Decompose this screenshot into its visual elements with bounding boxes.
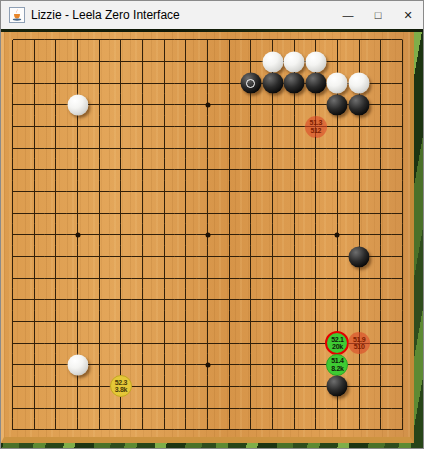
intersection[interactable] <box>392 94 414 116</box>
intersection[interactable] <box>197 267 219 289</box>
intersection[interactable] <box>88 246 110 268</box>
intersection[interactable] <box>67 419 89 441</box>
intersection[interactable] <box>197 289 219 311</box>
intersection[interactable] <box>45 159 67 181</box>
intersection[interactable] <box>218 72 240 94</box>
intersection[interactable] <box>197 376 219 398</box>
intersection[interactable] <box>283 224 305 246</box>
intersection[interactable] <box>2 159 24 181</box>
intersection[interactable] <box>23 354 45 376</box>
intersection[interactable] <box>283 159 305 181</box>
intersection[interactable] <box>240 202 262 224</box>
intersection[interactable] <box>348 246 370 268</box>
intersection[interactable] <box>45 29 67 51</box>
intersection[interactable] <box>392 159 414 181</box>
intersection[interactable] <box>305 181 327 203</box>
intersection[interactable] <box>370 419 392 441</box>
intersection[interactable] <box>132 224 154 246</box>
intersection[interactable] <box>283 332 305 354</box>
intersection[interactable] <box>132 376 154 398</box>
intersection[interactable] <box>67 72 89 94</box>
intersection[interactable] <box>175 94 197 116</box>
intersection[interactable] <box>175 159 197 181</box>
intersection[interactable] <box>305 419 327 441</box>
intersection[interactable] <box>305 354 327 376</box>
intersection[interactable] <box>327 29 349 51</box>
intersection[interactable] <box>88 267 110 289</box>
intersection[interactable] <box>67 159 89 181</box>
intersection[interactable] <box>370 224 392 246</box>
intersection[interactable] <box>392 289 414 311</box>
intersection[interactable] <box>197 29 219 51</box>
intersection[interactable] <box>132 397 154 419</box>
intersection[interactable] <box>132 29 154 51</box>
intersection[interactable] <box>348 72 370 94</box>
intersection[interactable] <box>67 51 89 73</box>
intersection[interactable] <box>88 29 110 51</box>
intersection[interactable] <box>370 202 392 224</box>
intersection[interactable] <box>132 246 154 268</box>
intersection[interactable] <box>218 246 240 268</box>
intersection[interactable] <box>283 246 305 268</box>
intersection[interactable] <box>327 159 349 181</box>
intersection[interactable] <box>2 29 24 51</box>
intersection[interactable] <box>2 376 24 398</box>
intersection[interactable] <box>262 29 284 51</box>
intersection[interactable] <box>153 354 175 376</box>
intersection[interactable] <box>240 181 262 203</box>
intersection[interactable] <box>327 94 349 116</box>
intersection[interactable] <box>240 419 262 441</box>
intersection[interactable] <box>392 116 414 138</box>
intersection[interactable] <box>218 51 240 73</box>
intersection[interactable] <box>327 202 349 224</box>
intersection[interactable] <box>240 267 262 289</box>
intersection[interactable] <box>110 137 132 159</box>
candidate-move-Q5[interactable]: 52.120k <box>325 331 349 355</box>
intersection[interactable] <box>132 181 154 203</box>
intersection[interactable]: 51.9510 <box>348 332 370 354</box>
intersection[interactable] <box>218 29 240 51</box>
intersection[interactable] <box>88 94 110 116</box>
intersection[interactable] <box>327 311 349 333</box>
intersection[interactable] <box>240 397 262 419</box>
intersection[interactable] <box>370 94 392 116</box>
intersection[interactable] <box>197 202 219 224</box>
intersection[interactable] <box>327 376 349 398</box>
intersection[interactable] <box>175 181 197 203</box>
intersection[interactable] <box>153 376 175 398</box>
intersection[interactable] <box>348 419 370 441</box>
intersection[interactable] <box>348 94 370 116</box>
intersection[interactable] <box>392 29 414 51</box>
intersection[interactable] <box>283 72 305 94</box>
intersection[interactable] <box>392 311 414 333</box>
intersection[interactable] <box>392 181 414 203</box>
intersection[interactable] <box>153 94 175 116</box>
intersection[interactable]: 51.48.2k <box>327 354 349 376</box>
intersection[interactable] <box>2 116 24 138</box>
intersection[interactable] <box>88 137 110 159</box>
intersection[interactable] <box>305 202 327 224</box>
intersection[interactable] <box>262 159 284 181</box>
intersection[interactable] <box>283 202 305 224</box>
intersection[interactable] <box>262 376 284 398</box>
intersection[interactable] <box>305 267 327 289</box>
intersection[interactable] <box>218 332 240 354</box>
intersection[interactable] <box>45 224 67 246</box>
intersection[interactable] <box>348 354 370 376</box>
intersection[interactable] <box>132 202 154 224</box>
intersection[interactable] <box>2 267 24 289</box>
intersection[interactable] <box>67 137 89 159</box>
intersection[interactable] <box>262 224 284 246</box>
intersection[interactable] <box>153 246 175 268</box>
intersection[interactable] <box>392 137 414 159</box>
intersection[interactable] <box>262 202 284 224</box>
intersection[interactable] <box>240 116 262 138</box>
intersection[interactable] <box>110 311 132 333</box>
intersection[interactable] <box>67 354 89 376</box>
intersection[interactable] <box>327 224 349 246</box>
intersection[interactable] <box>132 159 154 181</box>
intersection[interactable] <box>218 311 240 333</box>
intersection[interactable] <box>348 267 370 289</box>
intersection[interactable] <box>262 332 284 354</box>
intersection[interactable]: 52.33.8k <box>110 376 132 398</box>
intersection[interactable] <box>45 376 67 398</box>
intersection[interactable] <box>153 137 175 159</box>
intersection[interactable] <box>45 419 67 441</box>
intersection[interactable] <box>348 311 370 333</box>
intersection[interactable] <box>110 332 132 354</box>
minimize-button[interactable]: — <box>333 1 363 29</box>
intersection[interactable] <box>305 332 327 354</box>
intersection[interactable] <box>392 419 414 441</box>
intersection[interactable] <box>23 224 45 246</box>
intersection[interactable] <box>218 397 240 419</box>
intersection[interactable] <box>327 419 349 441</box>
intersection[interactable] <box>88 397 110 419</box>
intersection[interactable] <box>305 246 327 268</box>
intersection[interactable] <box>110 181 132 203</box>
intersection[interactable] <box>88 202 110 224</box>
intersection[interactable] <box>153 181 175 203</box>
intersection[interactable] <box>175 51 197 73</box>
intersection[interactable] <box>197 181 219 203</box>
intersection[interactable] <box>283 51 305 73</box>
intersection[interactable] <box>88 159 110 181</box>
intersection[interactable] <box>262 94 284 116</box>
intersection[interactable] <box>240 29 262 51</box>
intersection[interactable] <box>132 94 154 116</box>
intersection[interactable] <box>23 72 45 94</box>
intersection[interactable]: 51.3512 <box>305 116 327 138</box>
intersection[interactable] <box>283 311 305 333</box>
intersection[interactable] <box>218 181 240 203</box>
intersection[interactable] <box>45 246 67 268</box>
intersection[interactable] <box>23 397 45 419</box>
intersection[interactable] <box>240 246 262 268</box>
intersection[interactable] <box>153 311 175 333</box>
intersection[interactable] <box>45 181 67 203</box>
intersection[interactable] <box>197 72 219 94</box>
intersection[interactable] <box>88 181 110 203</box>
intersection[interactable] <box>283 29 305 51</box>
intersection[interactable] <box>305 137 327 159</box>
intersection[interactable] <box>23 29 45 51</box>
intersection[interactable] <box>197 94 219 116</box>
intersection[interactable] <box>88 51 110 73</box>
intersection[interactable] <box>240 137 262 159</box>
intersection[interactable] <box>45 354 67 376</box>
intersection[interactable] <box>153 202 175 224</box>
intersection[interactable] <box>67 181 89 203</box>
intersection[interactable] <box>348 289 370 311</box>
intersection[interactable] <box>370 116 392 138</box>
intersection[interactable] <box>110 202 132 224</box>
intersection[interactable] <box>327 397 349 419</box>
intersection[interactable] <box>2 332 24 354</box>
intersection[interactable] <box>370 29 392 51</box>
intersection[interactable] <box>262 289 284 311</box>
intersection[interactable] <box>283 354 305 376</box>
intersection[interactable] <box>348 116 370 138</box>
intersection[interactable] <box>392 354 414 376</box>
intersection[interactable] <box>262 419 284 441</box>
intersection[interactable] <box>305 94 327 116</box>
intersection[interactable] <box>88 289 110 311</box>
intersection[interactable] <box>348 51 370 73</box>
intersection[interactable] <box>45 332 67 354</box>
intersection[interactable] <box>67 224 89 246</box>
intersection[interactable] <box>197 116 219 138</box>
intersection[interactable] <box>240 159 262 181</box>
intersection[interactable] <box>197 51 219 73</box>
intersection[interactable] <box>45 116 67 138</box>
intersection[interactable] <box>67 397 89 419</box>
intersection[interactable] <box>370 51 392 73</box>
intersection[interactable] <box>327 267 349 289</box>
intersection[interactable] <box>67 202 89 224</box>
intersection[interactable] <box>283 137 305 159</box>
intersection[interactable] <box>218 289 240 311</box>
intersection[interactable] <box>240 289 262 311</box>
intersection[interactable] <box>348 376 370 398</box>
intersection[interactable] <box>370 376 392 398</box>
intersection[interactable] <box>132 267 154 289</box>
intersection[interactable] <box>110 267 132 289</box>
candidate-move-F3[interactable]: 52.33.8k <box>110 375 132 397</box>
intersection[interactable] <box>132 354 154 376</box>
intersection[interactable] <box>327 51 349 73</box>
intersection[interactable] <box>218 224 240 246</box>
intersection[interactable] <box>23 181 45 203</box>
intersection[interactable] <box>2 246 24 268</box>
intersection[interactable] <box>218 419 240 441</box>
intersection[interactable] <box>175 419 197 441</box>
intersection[interactable] <box>218 116 240 138</box>
intersection[interactable] <box>305 29 327 51</box>
intersection[interactable] <box>240 51 262 73</box>
intersection[interactable] <box>23 267 45 289</box>
intersection[interactable] <box>370 354 392 376</box>
intersection[interactable] <box>327 246 349 268</box>
intersection[interactable] <box>110 51 132 73</box>
intersection[interactable] <box>283 181 305 203</box>
intersection[interactable] <box>262 354 284 376</box>
intersection[interactable] <box>132 419 154 441</box>
intersection[interactable] <box>45 397 67 419</box>
intersection[interactable] <box>305 51 327 73</box>
intersection[interactable] <box>197 332 219 354</box>
intersection[interactable] <box>132 332 154 354</box>
intersection[interactable] <box>67 267 89 289</box>
intersection[interactable] <box>23 159 45 181</box>
intersection[interactable] <box>392 267 414 289</box>
intersection[interactable] <box>262 267 284 289</box>
intersection[interactable] <box>132 116 154 138</box>
intersection[interactable] <box>197 224 219 246</box>
intersection[interactable] <box>240 94 262 116</box>
intersection[interactable] <box>283 267 305 289</box>
intersection[interactable] <box>88 332 110 354</box>
intersection[interactable] <box>370 246 392 268</box>
intersection[interactable] <box>197 246 219 268</box>
maximize-button[interactable]: □ <box>363 1 393 29</box>
intersection[interactable] <box>110 94 132 116</box>
intersection[interactable] <box>132 51 154 73</box>
intersection[interactable] <box>132 311 154 333</box>
intersection[interactable] <box>283 94 305 116</box>
intersection[interactable] <box>110 397 132 419</box>
intersection[interactable] <box>67 246 89 268</box>
intersection[interactable] <box>2 94 24 116</box>
intersection[interactable] <box>392 246 414 268</box>
intersection[interactable] <box>153 289 175 311</box>
intersection[interactable] <box>110 246 132 268</box>
intersection[interactable] <box>327 137 349 159</box>
intersection[interactable] <box>45 72 67 94</box>
intersection[interactable] <box>262 51 284 73</box>
intersection[interactable] <box>283 376 305 398</box>
intersection[interactable] <box>88 376 110 398</box>
intersection[interactable] <box>110 289 132 311</box>
intersection[interactable] <box>283 397 305 419</box>
intersection[interactable] <box>348 202 370 224</box>
intersection[interactable] <box>110 116 132 138</box>
intersection[interactable] <box>88 224 110 246</box>
candidate-move-P15[interactable]: 51.3512 <box>305 116 327 138</box>
intersection[interactable] <box>23 116 45 138</box>
intersection[interactable] <box>262 137 284 159</box>
intersection[interactable] <box>305 159 327 181</box>
intersection[interactable] <box>45 311 67 333</box>
intersection[interactable] <box>392 51 414 73</box>
intersection[interactable] <box>153 159 175 181</box>
intersection[interactable] <box>153 72 175 94</box>
intersection[interactable] <box>2 397 24 419</box>
intersection[interactable] <box>370 397 392 419</box>
intersection[interactable] <box>392 397 414 419</box>
intersection[interactable] <box>23 376 45 398</box>
intersection[interactable] <box>175 354 197 376</box>
intersection[interactable] <box>218 376 240 398</box>
intersection[interactable] <box>2 224 24 246</box>
intersection[interactable] <box>23 137 45 159</box>
intersection[interactable] <box>305 72 327 94</box>
intersection[interactable] <box>110 159 132 181</box>
intersection[interactable] <box>2 311 24 333</box>
intersection[interactable] <box>327 181 349 203</box>
intersection[interactable] <box>370 311 392 333</box>
intersection[interactable] <box>262 72 284 94</box>
intersection[interactable] <box>45 267 67 289</box>
intersection[interactable] <box>392 376 414 398</box>
intersection[interactable] <box>197 311 219 333</box>
intersection[interactable] <box>262 311 284 333</box>
intersection[interactable] <box>240 72 262 94</box>
intersection[interactable] <box>2 419 24 441</box>
intersection[interactable] <box>175 202 197 224</box>
intersection[interactable] <box>88 72 110 94</box>
intersection[interactable] <box>110 29 132 51</box>
intersection[interactable] <box>88 311 110 333</box>
intersection[interactable] <box>23 419 45 441</box>
intersection[interactable] <box>175 332 197 354</box>
intersection[interactable] <box>110 72 132 94</box>
intersection[interactable] <box>45 94 67 116</box>
intersection[interactable] <box>370 137 392 159</box>
intersection[interactable] <box>305 311 327 333</box>
intersection[interactable] <box>153 397 175 419</box>
intersection[interactable] <box>88 354 110 376</box>
intersection[interactable] <box>2 289 24 311</box>
intersection[interactable] <box>67 311 89 333</box>
intersection[interactable] <box>262 116 284 138</box>
intersection[interactable] <box>370 72 392 94</box>
intersection[interactable] <box>67 29 89 51</box>
intersection[interactable] <box>175 72 197 94</box>
intersection[interactable] <box>23 289 45 311</box>
intersection[interactable]: 52.120k <box>327 332 349 354</box>
intersection[interactable] <box>392 224 414 246</box>
intersection[interactable] <box>110 354 132 376</box>
intersection[interactable] <box>218 202 240 224</box>
intersection[interactable] <box>153 332 175 354</box>
intersection[interactable] <box>262 181 284 203</box>
intersection[interactable] <box>132 72 154 94</box>
intersection[interactable] <box>67 332 89 354</box>
intersection[interactable] <box>2 51 24 73</box>
intersection[interactable] <box>45 202 67 224</box>
close-button[interactable]: ✕ <box>393 1 423 29</box>
intersection[interactable] <box>132 137 154 159</box>
intersection[interactable] <box>262 246 284 268</box>
intersection[interactable] <box>327 116 349 138</box>
intersection[interactable] <box>392 202 414 224</box>
intersection[interactable] <box>23 246 45 268</box>
intersection[interactable] <box>23 51 45 73</box>
intersection[interactable] <box>218 94 240 116</box>
intersection[interactable] <box>23 202 45 224</box>
intersection[interactable] <box>175 224 197 246</box>
intersection[interactable] <box>197 419 219 441</box>
intersection[interactable] <box>175 246 197 268</box>
intersection[interactable] <box>153 51 175 73</box>
intersection[interactable] <box>327 289 349 311</box>
intersection[interactable] <box>2 181 24 203</box>
